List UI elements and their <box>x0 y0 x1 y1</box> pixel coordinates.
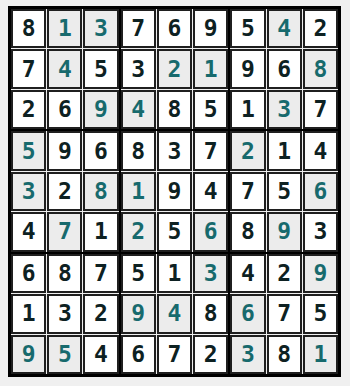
cell-r1c4[interactable]: 7 <box>121 9 156 48</box>
sudoku-box-8: 513948672 <box>121 254 229 374</box>
cell-r9c2[interactable]: 5 <box>47 335 82 374</box>
cell-r4c6[interactable]: 7 <box>193 131 228 170</box>
cell-r8c6[interactable]: 8 <box>193 294 228 333</box>
cell-r3c9[interactable]: 7 <box>303 90 338 129</box>
cell-r8c2[interactable]: 3 <box>47 294 82 333</box>
cell-r9c4[interactable]: 6 <box>121 335 156 374</box>
cell-r8c7[interactable]: 6 <box>230 294 265 333</box>
cell-r5c8[interactable]: 5 <box>267 172 302 211</box>
cell-r3c5[interactable]: 8 <box>157 90 192 129</box>
cell-r1c2[interactable]: 1 <box>47 9 82 48</box>
cell-r4c5[interactable]: 3 <box>157 131 192 170</box>
cell-r7c1[interactable]: 6 <box>11 254 46 293</box>
cell-r2c4[interactable]: 3 <box>121 49 156 88</box>
cell-r7c5[interactable]: 1 <box>157 254 192 293</box>
cell-r2c8[interactable]: 6 <box>267 49 302 88</box>
cell-r1c7[interactable]: 5 <box>230 9 265 48</box>
cell-r5c3[interactable]: 8 <box>83 172 118 211</box>
cell-r9c8[interactable]: 8 <box>267 335 302 374</box>
cell-r1c1[interactable]: 8 <box>11 9 46 48</box>
cell-r3c1[interactable]: 2 <box>11 90 46 129</box>
cell-r5c1[interactable]: 3 <box>11 172 46 211</box>
cell-r8c9[interactable]: 5 <box>303 294 338 333</box>
cell-r3c2[interactable]: 6 <box>47 90 82 129</box>
cell-r8c8[interactable]: 7 <box>267 294 302 333</box>
cell-r3c6[interactable]: 5 <box>193 90 228 129</box>
cell-r4c8[interactable]: 1 <box>267 131 302 170</box>
cell-r2c3[interactable]: 5 <box>83 49 118 88</box>
cell-r2c9[interactable]: 8 <box>303 49 338 88</box>
cell-r7c8[interactable]: 2 <box>267 254 302 293</box>
sudoku-box-2: 769321485 <box>121 9 229 129</box>
sudoku-box-9: 429675381 <box>230 254 338 374</box>
sudoku-box-4: 596328471 <box>11 131 119 251</box>
cell-r4c7[interactable]: 2 <box>230 131 265 170</box>
cell-r3c3[interactable]: 9 <box>83 90 118 129</box>
cell-r4c4[interactable]: 8 <box>121 131 156 170</box>
cell-r9c7[interactable]: 3 <box>230 335 265 374</box>
cell-r2c5[interactable]: 2 <box>157 49 192 88</box>
cell-r6c5[interactable]: 5 <box>157 212 192 251</box>
cell-r5c4[interactable]: 1 <box>121 172 156 211</box>
cell-r3c4[interactable]: 4 <box>121 90 156 129</box>
sudoku-box-3: 542968137 <box>230 9 338 129</box>
cell-r4c2[interactable]: 9 <box>47 131 82 170</box>
cell-r4c9[interactable]: 4 <box>303 131 338 170</box>
cell-r6c7[interactable]: 8 <box>230 212 265 251</box>
cell-r4c1[interactable]: 5 <box>11 131 46 170</box>
cell-r2c2[interactable]: 4 <box>47 49 82 88</box>
cell-r6c2[interactable]: 7 <box>47 212 82 251</box>
sudoku-box-5: 837194256 <box>121 131 229 251</box>
cell-r9c9[interactable]: 1 <box>303 335 338 374</box>
cell-r6c9[interactable]: 3 <box>303 212 338 251</box>
cell-r8c4[interactable]: 9 <box>121 294 156 333</box>
cell-r5c9[interactable]: 6 <box>303 172 338 211</box>
cell-r3c7[interactable]: 1 <box>230 90 265 129</box>
cell-r1c5[interactable]: 6 <box>157 9 192 48</box>
cell-r7c9[interactable]: 9 <box>303 254 338 293</box>
cell-r9c5[interactable]: 7 <box>157 335 192 374</box>
cell-r7c7[interactable]: 4 <box>230 254 265 293</box>
cell-r9c3[interactable]: 4 <box>83 335 118 374</box>
cell-r5c5[interactable]: 9 <box>157 172 192 211</box>
cell-r7c6[interactable]: 3 <box>193 254 228 293</box>
cell-r1c6[interactable]: 9 <box>193 9 228 48</box>
sudoku-box-1: 813745269 <box>11 9 119 129</box>
cell-r3c8[interactable]: 3 <box>267 90 302 129</box>
cell-r1c9[interactable]: 2 <box>303 9 338 48</box>
cell-r6c6[interactable]: 6 <box>193 212 228 251</box>
cell-r2c1[interactable]: 7 <box>11 49 46 88</box>
cell-r7c4[interactable]: 5 <box>121 254 156 293</box>
cell-r6c8[interactable]: 9 <box>267 212 302 251</box>
cell-r1c8[interactable]: 4 <box>267 9 302 48</box>
sudoku-board: 8137452697693214855429681375963284718371… <box>8 6 341 377</box>
cell-r8c5[interactable]: 4 <box>157 294 192 333</box>
cell-r6c3[interactable]: 1 <box>83 212 118 251</box>
cell-r9c6[interactable]: 2 <box>193 335 228 374</box>
cell-r5c6[interactable]: 4 <box>193 172 228 211</box>
cell-r1c3[interactable]: 3 <box>83 9 118 48</box>
sudoku-box-6: 214756893 <box>230 131 338 251</box>
cell-r2c7[interactable]: 9 <box>230 49 265 88</box>
cell-r9c1[interactable]: 9 <box>11 335 46 374</box>
cell-r8c1[interactable]: 1 <box>11 294 46 333</box>
cell-r5c7[interactable]: 7 <box>230 172 265 211</box>
cell-r4c3[interactable]: 6 <box>83 131 118 170</box>
cell-r7c2[interactable]: 8 <box>47 254 82 293</box>
cell-r8c3[interactable]: 2 <box>83 294 118 333</box>
sudoku-box-7: 687132954 <box>11 254 119 374</box>
cell-r7c3[interactable]: 7 <box>83 254 118 293</box>
cell-r6c1[interactable]: 4 <box>11 212 46 251</box>
cell-r6c4[interactable]: 2 <box>121 212 156 251</box>
cell-r5c2[interactable]: 2 <box>47 172 82 211</box>
cell-r2c6[interactable]: 1 <box>193 49 228 88</box>
